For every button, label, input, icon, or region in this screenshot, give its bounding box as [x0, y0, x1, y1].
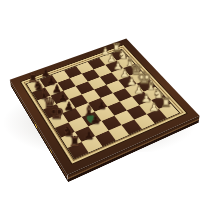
brass-latch-icon: [34, 122, 37, 129]
black-king-e8[interactable]: ♚: [49, 102, 64, 121]
board-grid: ♜♞♝♛♚♝♞♜♟♟♟♟♟♟♟♟♟♝♟♟♟♟♟♟♟♜♞♝♛♚♞♜: [26, 49, 181, 160]
white-rook-h1[interactable]: ♜: [159, 93, 173, 112]
black-pawn-e7[interactable]: ♟: [62, 97, 77, 116]
perspective-wrapper: ♜♞♝♛♚♝♞♜♟♟♟♟♟♟♟♟♟♝♟♟♟♟♟♟♟♜♞♝♛♚♞♜: [0, 0, 200, 200]
chess-board: ♜♞♝♛♚♝♞♜♟♟♟♟♟♟♟♟♟♝♟♟♟♟♟♟♟♜♞♝♛♚♞♜: [10, 38, 200, 175]
board-border-inlay: ♜♞♝♛♚♝♞♜♟♟♟♟♟♟♟♟♟♝♟♟♟♟♟♟♟♜♞♝♛♚♞♜: [20, 44, 188, 164]
white-pawn-h2[interactable]: ♟: [147, 98, 162, 117]
product-photo-scene: ♜♞♝♛♚♝♞♜♟♟♟♟♟♟♟♟♟♝♟♟♟♟♟♟♟♜♞♝♛♚♞♜: [0, 0, 200, 200]
brass-hinge-icon: [50, 148, 52, 153]
black-rook-h8[interactable]: ♜: [68, 131, 84, 151]
black-pawn-h7[interactable]: ♟: [82, 125, 97, 145]
